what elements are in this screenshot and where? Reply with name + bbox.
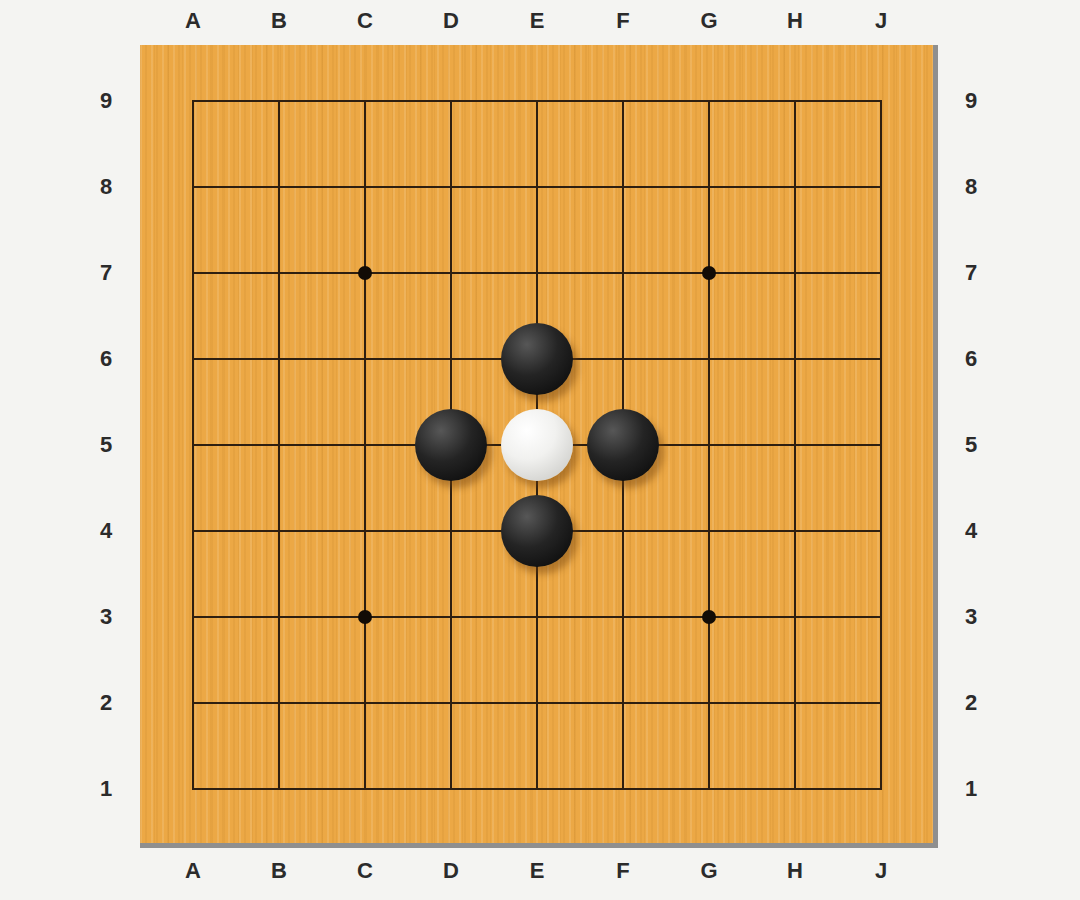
coordinate-label: 9 [100, 88, 112, 114]
coordinate-label: 9 [965, 88, 977, 114]
black-stone-F5[interactable] [587, 409, 659, 481]
coordinate-label: 2 [100, 690, 112, 716]
star-point [702, 266, 716, 280]
coordinate-label: G [700, 858, 717, 884]
star-point [358, 266, 372, 280]
star-point [702, 610, 716, 624]
coordinate-label: 3 [965, 604, 977, 630]
coordinate-label: B [271, 858, 287, 884]
black-stone-D5[interactable] [415, 409, 487, 481]
star-point [358, 610, 372, 624]
coordinate-label: F [616, 8, 629, 34]
coordinate-label: E [530, 858, 545, 884]
go-diagram: ABCDEFGHJ ABCDEFGHJ 987654321 987654321 [0, 0, 1080, 900]
coordinate-label: 2 [965, 690, 977, 716]
coordinate-label: 8 [100, 174, 112, 200]
coordinate-label: 6 [100, 346, 112, 372]
coordinate-label: D [443, 8, 459, 34]
coordinate-label: H [787, 8, 803, 34]
coordinate-label: G [700, 8, 717, 34]
coordinate-label: J [875, 8, 887, 34]
coordinate-label: 1 [965, 776, 977, 802]
coordinate-label: 7 [100, 260, 112, 286]
coordinate-label: A [185, 858, 201, 884]
coordinate-label: C [357, 858, 373, 884]
black-stone-E4[interactable] [501, 495, 573, 567]
coordinate-label: C [357, 8, 373, 34]
coordinate-label: B [271, 8, 287, 34]
coordinate-label: 5 [965, 432, 977, 458]
coordinate-label: A [185, 8, 201, 34]
coordinate-label: F [616, 858, 629, 884]
coordinate-label: 3 [100, 604, 112, 630]
black-stone-E6[interactable] [501, 323, 573, 395]
coordinate-label: J [875, 858, 887, 884]
coordinate-label: D [443, 858, 459, 884]
coordinate-label: 8 [965, 174, 977, 200]
white-stone-E5[interactable] [501, 409, 573, 481]
coordinate-label: 7 [965, 260, 977, 286]
coordinate-label: 6 [965, 346, 977, 372]
coordinate-label: 1 [100, 776, 112, 802]
go-board [140, 45, 938, 848]
goban-grid[interactable] [192, 100, 882, 790]
coordinate-label: E [530, 8, 545, 34]
coordinate-label: 5 [100, 432, 112, 458]
coordinate-label: 4 [965, 518, 977, 544]
coordinate-label: 4 [100, 518, 112, 544]
coordinate-label: H [787, 858, 803, 884]
